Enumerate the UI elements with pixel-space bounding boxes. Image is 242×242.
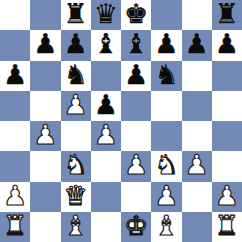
square-b6[interactable] — [30, 61, 60, 91]
square-g1[interactable] — [182, 212, 212, 242]
square-e8[interactable]: ♚ — [121, 0, 151, 30]
square-g7[interactable]: ♟ — [182, 30, 212, 60]
square-f3[interactable]: ♞ — [151, 151, 181, 181]
square-g2[interactable] — [182, 182, 212, 212]
square-e7[interactable]: ♝ — [121, 30, 151, 60]
square-h1[interactable]: ♜ — [212, 212, 242, 242]
square-h7[interactable]: ♟ — [212, 30, 242, 60]
white-knight[interactable]: ♞ — [154, 151, 178, 180]
black-pawn[interactable]: ♟ — [3, 61, 27, 90]
square-d4[interactable]: ♟ — [91, 121, 121, 151]
black-pawn[interactable]: ♟ — [215, 30, 239, 59]
square-f2[interactable]: ♟ — [151, 182, 181, 212]
black-rook[interactable]: ♜ — [64, 0, 88, 29]
square-g5[interactable] — [182, 91, 212, 121]
chess-board: ♜♛♚♜♟♟♝♝♟♟♟♟♞♟♞♟♟♟♟♞♟♞♟♟♛♟♟♜♝♚♝♜ — [0, 0, 242, 242]
square-h4[interactable] — [212, 121, 242, 151]
white-pawn[interactable]: ♟ — [3, 182, 27, 211]
square-f8[interactable] — [151, 0, 181, 30]
square-e4[interactable] — [121, 121, 151, 151]
white-pawn[interactable]: ♟ — [215, 182, 239, 211]
black-knight[interactable]: ♞ — [154, 61, 178, 90]
square-a1[interactable]: ♜ — [0, 212, 30, 242]
square-f6[interactable]: ♞ — [151, 61, 181, 91]
square-f7[interactable]: ♟ — [151, 30, 181, 60]
square-h6[interactable] — [212, 61, 242, 91]
square-e6[interactable]: ♟ — [121, 61, 151, 91]
square-a5[interactable] — [0, 91, 30, 121]
square-b3[interactable] — [30, 151, 60, 181]
white-pawn[interactable]: ♟ — [33, 121, 57, 150]
square-d8[interactable]: ♛ — [91, 0, 121, 30]
square-b1[interactable] — [30, 212, 60, 242]
square-g8[interactable] — [182, 0, 212, 30]
black-pawn[interactable]: ♟ — [124, 61, 148, 90]
black-bishop[interactable]: ♝ — [94, 30, 118, 59]
black-rook[interactable]: ♜ — [215, 0, 239, 29]
square-b5[interactable] — [30, 91, 60, 121]
square-c7[interactable]: ♟ — [61, 30, 91, 60]
square-h5[interactable] — [212, 91, 242, 121]
white-pawn[interactable]: ♟ — [124, 151, 148, 180]
white-bishop[interactable]: ♝ — [154, 212, 178, 241]
square-a7[interactable] — [0, 30, 30, 60]
white-bishop[interactable]: ♝ — [64, 212, 88, 241]
white-king[interactable]: ♚ — [124, 212, 148, 241]
square-b2[interactable] — [30, 182, 60, 212]
square-a2[interactable]: ♟ — [0, 182, 30, 212]
square-a3[interactable] — [0, 151, 30, 181]
square-b8[interactable] — [30, 0, 60, 30]
black-pawn[interactable]: ♟ — [185, 30, 209, 59]
square-c2[interactable]: ♛ — [61, 182, 91, 212]
square-d6[interactable] — [91, 61, 121, 91]
black-pawn[interactable]: ♟ — [64, 30, 88, 59]
square-f5[interactable] — [151, 91, 181, 121]
black-knight[interactable]: ♞ — [64, 61, 88, 90]
square-a8[interactable] — [0, 0, 30, 30]
white-knight[interactable]: ♞ — [64, 151, 88, 180]
square-b7[interactable]: ♟ — [30, 30, 60, 60]
square-g6[interactable] — [182, 61, 212, 91]
square-d1[interactable] — [91, 212, 121, 242]
square-g3[interactable]: ♟ — [182, 151, 212, 181]
square-e2[interactable] — [121, 182, 151, 212]
white-pawn[interactable]: ♟ — [154, 182, 178, 211]
square-g4[interactable] — [182, 121, 212, 151]
white-queen[interactable]: ♛ — [64, 182, 88, 211]
square-c1[interactable]: ♝ — [61, 212, 91, 242]
square-d7[interactable]: ♝ — [91, 30, 121, 60]
square-h2[interactable]: ♟ — [212, 182, 242, 212]
square-f4[interactable] — [151, 121, 181, 151]
black-bishop[interactable]: ♝ — [124, 30, 148, 59]
white-pawn[interactable]: ♟ — [185, 151, 209, 180]
square-c8[interactable]: ♜ — [61, 0, 91, 30]
square-f1[interactable]: ♝ — [151, 212, 181, 242]
white-pawn[interactable]: ♟ — [94, 121, 118, 150]
square-a4[interactable] — [0, 121, 30, 151]
square-c3[interactable]: ♞ — [61, 151, 91, 181]
square-e1[interactable]: ♚ — [121, 212, 151, 242]
white-pawn[interactable]: ♟ — [64, 91, 88, 120]
square-a6[interactable]: ♟ — [0, 61, 30, 91]
black-pawn[interactable]: ♟ — [33, 30, 57, 59]
square-h3[interactable] — [212, 151, 242, 181]
black-queen[interactable]: ♛ — [94, 0, 118, 29]
white-rook[interactable]: ♜ — [215, 212, 239, 241]
white-rook[interactable]: ♜ — [3, 212, 27, 241]
square-d2[interactable] — [91, 182, 121, 212]
square-d5[interactable]: ♟ — [91, 91, 121, 121]
square-c6[interactable]: ♞ — [61, 61, 91, 91]
square-c5[interactable]: ♟ — [61, 91, 91, 121]
black-pawn[interactable]: ♟ — [154, 30, 178, 59]
square-e5[interactable] — [121, 91, 151, 121]
square-d3[interactable] — [91, 151, 121, 181]
square-b4[interactable]: ♟ — [30, 121, 60, 151]
square-e3[interactable]: ♟ — [121, 151, 151, 181]
square-c4[interactable] — [61, 121, 91, 151]
square-h8[interactable]: ♜ — [212, 0, 242, 30]
black-king[interactable]: ♚ — [124, 0, 148, 29]
black-pawn[interactable]: ♟ — [94, 91, 118, 120]
